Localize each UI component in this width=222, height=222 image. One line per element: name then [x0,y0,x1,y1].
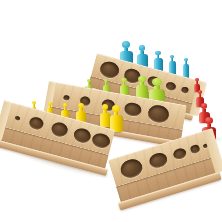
cylinder-knob [152,78,162,87]
cylinder-socket-hole [63,95,70,101]
cylinder-socket-hole [165,81,177,91]
cylinder-socket-hole [98,60,120,80]
cylinder-socket-hole [148,151,170,170]
product-photo-montessori-cylinder-blocks [0,0,222,222]
cylinder-knob [122,41,130,48]
cylinder-socket-hole [123,101,142,118]
cylinder-socket-hole [72,127,92,145]
cylinder-knob [112,105,120,112]
cylinder-knob [205,117,214,125]
cylinder-socket-hole [28,116,44,131]
natural-cylinder-block [108,131,219,210]
green-knobbed-cylinder [136,76,148,99]
cylinder-socket-hole [118,157,144,181]
cylinder-socket-hole [90,131,111,150]
cylinder-socket-hole [50,121,69,138]
cylinder-socket-hole [180,86,188,93]
cylinder-socket-hole [189,144,200,154]
cylinder-socket-hole [172,147,188,161]
cylinder-socket-hole [14,115,20,120]
cylinder-socket-hole [146,104,170,125]
